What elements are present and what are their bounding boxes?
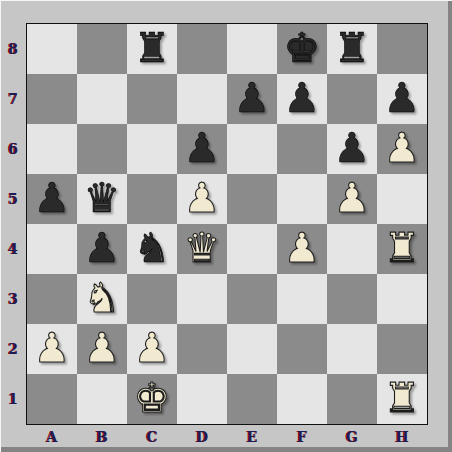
file-label-e: E bbox=[227, 428, 277, 446]
white-pawn-f4[interactable]: ♟ bbox=[277, 224, 327, 274]
square-h2[interactable] bbox=[377, 324, 427, 374]
rank-label-7: 7 bbox=[0, 74, 26, 124]
square-g3[interactable] bbox=[327, 274, 377, 324]
square-d2[interactable] bbox=[177, 324, 227, 374]
white-rook-h1[interactable]: ♜ bbox=[377, 374, 427, 424]
square-b2[interactable]: ♟ bbox=[77, 324, 127, 374]
file-label-g: G bbox=[327, 428, 377, 446]
square-e1[interactable] bbox=[227, 374, 277, 424]
white-king-c1[interactable]: ♚ bbox=[127, 374, 177, 424]
square-c7[interactable] bbox=[127, 74, 177, 124]
black-pawn-f7[interactable]: ♟ bbox=[277, 74, 327, 124]
square-g7[interactable] bbox=[327, 74, 377, 124]
file-label-a: A bbox=[27, 428, 77, 446]
square-e6[interactable] bbox=[227, 124, 277, 174]
square-h7[interactable]: ♟ bbox=[377, 74, 427, 124]
square-a3[interactable] bbox=[27, 274, 77, 324]
square-c6[interactable] bbox=[127, 124, 177, 174]
square-b8[interactable] bbox=[77, 24, 127, 74]
square-f1[interactable] bbox=[277, 374, 327, 424]
square-g2[interactable] bbox=[327, 324, 377, 374]
white-queen-d4[interactable]: ♛ bbox=[177, 224, 227, 274]
black-pawn-a5[interactable]: ♟ bbox=[27, 174, 77, 224]
square-a4[interactable] bbox=[27, 224, 77, 274]
square-b6[interactable] bbox=[77, 124, 127, 174]
black-queen-b5[interactable]: ♛ bbox=[77, 174, 127, 224]
square-f6[interactable] bbox=[277, 124, 327, 174]
black-knight-c4[interactable]: ♞ bbox=[127, 224, 177, 274]
square-h6[interactable]: ♟ bbox=[377, 124, 427, 174]
square-f5[interactable] bbox=[277, 174, 327, 224]
square-f3[interactable] bbox=[277, 274, 327, 324]
chess-board: ♜♚♜♟♟♟♟♟♟♟♛♟♟♟♞♛♟♜♞♟♟♟♚♜ bbox=[26, 23, 428, 425]
square-h5[interactable] bbox=[377, 174, 427, 224]
square-e8[interactable] bbox=[227, 24, 277, 74]
rank-label-4: 4 bbox=[0, 224, 26, 274]
square-d6[interactable]: ♟ bbox=[177, 124, 227, 174]
square-d8[interactable] bbox=[177, 24, 227, 74]
file-label-f: F bbox=[277, 428, 327, 446]
file-label-c: C bbox=[127, 428, 177, 446]
square-f2[interactable] bbox=[277, 324, 327, 374]
square-f8[interactable]: ♚ bbox=[277, 24, 327, 74]
square-g6[interactable]: ♟ bbox=[327, 124, 377, 174]
square-c4[interactable]: ♞ bbox=[127, 224, 177, 274]
black-pawn-h7[interactable]: ♟ bbox=[377, 74, 427, 124]
black-rook-c8[interactable]: ♜ bbox=[127, 24, 177, 74]
square-d5[interactable]: ♟ bbox=[177, 174, 227, 224]
file-label-b: B bbox=[77, 428, 127, 446]
square-d3[interactable] bbox=[177, 274, 227, 324]
square-a6[interactable] bbox=[27, 124, 77, 174]
square-g1[interactable] bbox=[327, 374, 377, 424]
white-pawn-d5[interactable]: ♟ bbox=[177, 174, 227, 224]
rank-label-1: 1 bbox=[0, 374, 26, 424]
white-knight-b3[interactable]: ♞ bbox=[77, 274, 127, 324]
square-g5[interactable]: ♟ bbox=[327, 174, 377, 224]
square-b4[interactable]: ♟ bbox=[77, 224, 127, 274]
square-b1[interactable] bbox=[77, 374, 127, 424]
square-b7[interactable] bbox=[77, 74, 127, 124]
rank-labels: 87654321 bbox=[0, 24, 26, 424]
square-e2[interactable] bbox=[227, 324, 277, 374]
white-pawn-g5[interactable]: ♟ bbox=[327, 174, 377, 224]
square-h1[interactable]: ♜ bbox=[377, 374, 427, 424]
rank-label-3: 3 bbox=[0, 274, 26, 324]
square-c8[interactable]: ♜ bbox=[127, 24, 177, 74]
black-pawn-b4[interactable]: ♟ bbox=[77, 224, 127, 274]
square-e7[interactable]: ♟ bbox=[227, 74, 277, 124]
square-h3[interactable] bbox=[377, 274, 427, 324]
square-e3[interactable] bbox=[227, 274, 277, 324]
square-f7[interactable]: ♟ bbox=[277, 74, 327, 124]
square-d4[interactable]: ♛ bbox=[177, 224, 227, 274]
square-b3[interactable]: ♞ bbox=[77, 274, 127, 324]
square-e5[interactable] bbox=[227, 174, 277, 224]
square-g4[interactable] bbox=[327, 224, 377, 274]
white-pawn-a2[interactable]: ♟ bbox=[27, 324, 77, 374]
black-pawn-g6[interactable]: ♟ bbox=[327, 124, 377, 174]
square-c5[interactable] bbox=[127, 174, 177, 224]
file-label-h: H bbox=[377, 428, 427, 446]
black-pawn-e7[interactable]: ♟ bbox=[227, 74, 277, 124]
square-c2[interactable]: ♟ bbox=[127, 324, 177, 374]
black-rook-g8[interactable]: ♜ bbox=[327, 24, 377, 74]
square-f4[interactable]: ♟ bbox=[277, 224, 327, 274]
square-d1[interactable] bbox=[177, 374, 227, 424]
white-rook-h4[interactable]: ♜ bbox=[377, 224, 427, 274]
square-a1[interactable] bbox=[27, 374, 77, 424]
square-c1[interactable]: ♚ bbox=[127, 374, 177, 424]
square-d7[interactable] bbox=[177, 74, 227, 124]
square-c3[interactable] bbox=[127, 274, 177, 324]
square-a2[interactable]: ♟ bbox=[27, 324, 77, 374]
file-label-d: D bbox=[177, 428, 227, 446]
square-h4[interactable]: ♜ bbox=[377, 224, 427, 274]
square-e4[interactable] bbox=[227, 224, 277, 274]
square-a7[interactable] bbox=[27, 74, 77, 124]
square-a5[interactable]: ♟ bbox=[27, 174, 77, 224]
board-frame: 87654321 ♜♚♜♟♟♟♟♟♟♟♛♟♟♟♞♛♟♜♞♟♟♟♚♜ ABCDEF… bbox=[0, 0, 452, 452]
rank-label-8: 8 bbox=[0, 24, 26, 74]
white-pawn-b2[interactable]: ♟ bbox=[77, 324, 127, 374]
rank-label-2: 2 bbox=[0, 324, 26, 374]
white-pawn-c2[interactable]: ♟ bbox=[127, 324, 177, 374]
black-king-f8[interactable]: ♚ bbox=[277, 24, 327, 74]
square-b5[interactable]: ♛ bbox=[77, 174, 127, 224]
square-g8[interactable]: ♜ bbox=[327, 24, 377, 74]
rank-label-6: 6 bbox=[0, 124, 26, 174]
black-pawn-d6[interactable]: ♟ bbox=[177, 124, 227, 174]
white-pawn-h6[interactable]: ♟ bbox=[377, 124, 427, 174]
rank-label-5: 5 bbox=[0, 174, 26, 224]
file-labels: ABCDEFGH bbox=[27, 428, 427, 446]
square-a8[interactable] bbox=[27, 24, 77, 74]
square-h8[interactable] bbox=[377, 24, 427, 74]
